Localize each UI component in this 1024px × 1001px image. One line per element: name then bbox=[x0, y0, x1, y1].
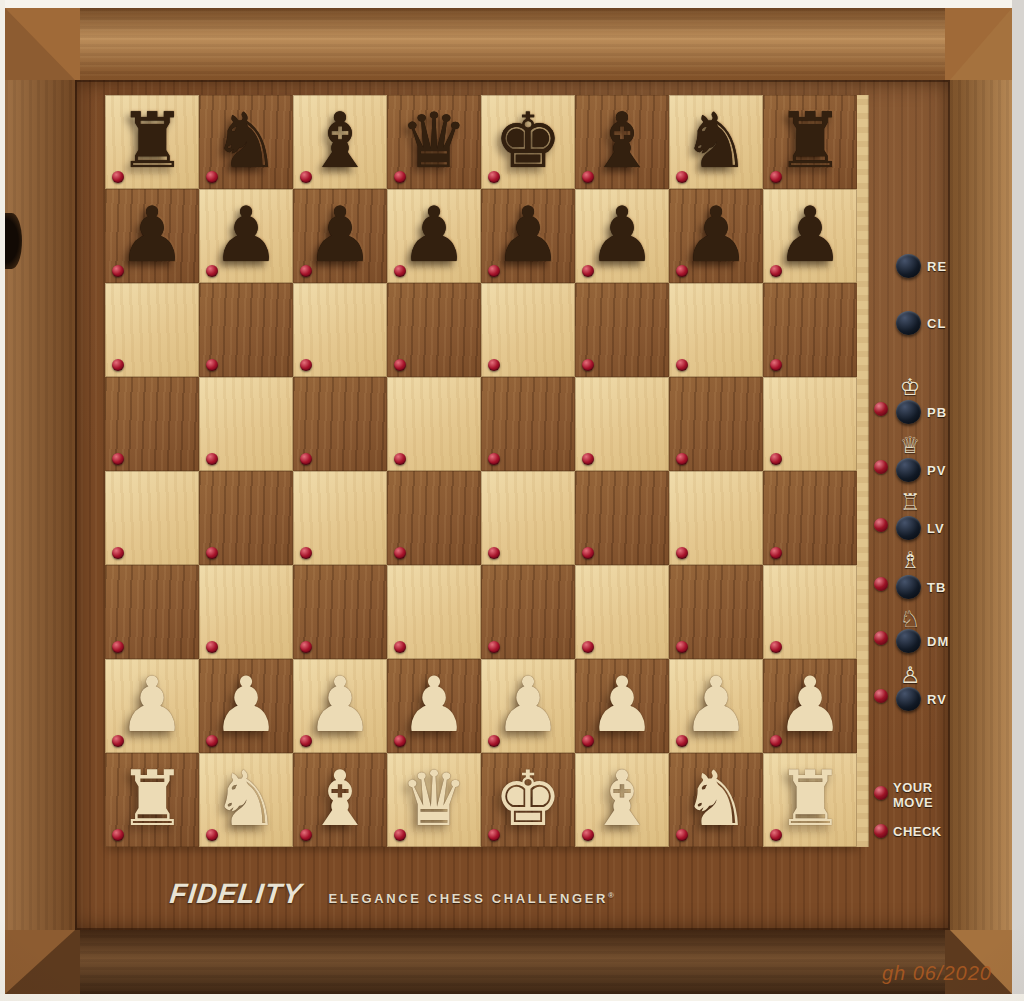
button-label-lv: LV bbox=[927, 522, 945, 536]
button-label-tb: TB bbox=[927, 581, 946, 595]
photographer-watermark: gh 06/2020 bbox=[882, 962, 992, 985]
led-check bbox=[874, 824, 888, 838]
photo-edge-right bbox=[1012, 0, 1024, 1001]
button-lv[interactable] bbox=[896, 516, 921, 540]
button-pv[interactable] bbox=[896, 458, 921, 482]
button-label-dm: DM bbox=[927, 635, 949, 649]
pawn-icon: ♙ bbox=[895, 663, 925, 687]
board-deck: ♜♞♝♛♚♝♞♜♟♟♟♟♟♟♟♟♟♟♟♟♟♟♟♟♜♞♝♛♚♝♞♜ RECL♔PB… bbox=[75, 80, 950, 930]
model-text: ELEGANCE CHESS CHALLENGER bbox=[328, 891, 608, 906]
indicator-line: MOVE bbox=[893, 795, 933, 810]
button-cl[interactable] bbox=[896, 311, 921, 335]
indicator-your-move: YOURMOVE bbox=[893, 780, 933, 810]
button-tb[interactable] bbox=[896, 575, 921, 599]
model-name: ELEGANCE CHESS CHALLENGER® bbox=[328, 891, 613, 906]
button-label-rv: RV bbox=[927, 693, 947, 707]
led-pv bbox=[874, 460, 888, 474]
led-dm bbox=[874, 631, 888, 645]
led-rv bbox=[874, 689, 888, 703]
bishop-icon: ♗ bbox=[895, 548, 925, 572]
photo-edge-bottom bbox=[0, 994, 1024, 1001]
registered-mark: ® bbox=[608, 891, 614, 900]
led-pb bbox=[874, 402, 888, 416]
led-lv bbox=[874, 518, 888, 532]
rook-icon: ♖ bbox=[895, 490, 925, 514]
queen-icon: ♕ bbox=[895, 433, 925, 457]
chess-computer-photo: ♜♞♝♛♚♝♞♜♟♟♟♟♟♟♟♟♟♟♟♟♟♟♟♟♜♞♝♛♚♝♞♜ RECL♔PB… bbox=[0, 0, 1024, 1001]
brand-logo: FIDELITY bbox=[168, 878, 304, 910]
button-dm[interactable] bbox=[896, 629, 921, 653]
button-rv[interactable] bbox=[896, 687, 921, 711]
indicator-line: CHECK bbox=[893, 824, 942, 839]
indicator-check: CHECK bbox=[893, 824, 942, 839]
button-pb[interactable] bbox=[896, 400, 921, 424]
led-tb bbox=[874, 577, 888, 591]
button-label-pb: PB bbox=[927, 406, 947, 420]
button-label-re: RE bbox=[927, 260, 947, 274]
led-your-move bbox=[874, 786, 888, 800]
button-label-cl: CL bbox=[927, 317, 946, 331]
button-re[interactable] bbox=[896, 254, 921, 278]
branding: FIDELITY ELEGANCE CHESS CHALLENGER® bbox=[170, 878, 614, 910]
knight-icon: ♘ bbox=[895, 607, 925, 631]
photo-edge-top bbox=[0, 0, 1024, 8]
king-icon: ♔ bbox=[895, 375, 925, 399]
button-label-pv: PV bbox=[927, 464, 946, 478]
indicator-line: YOUR bbox=[893, 780, 933, 795]
control-panel: RECL♔PB♕PV♖LV♗TB♘DM♙RVYOURMOVECHECK bbox=[75, 80, 950, 930]
